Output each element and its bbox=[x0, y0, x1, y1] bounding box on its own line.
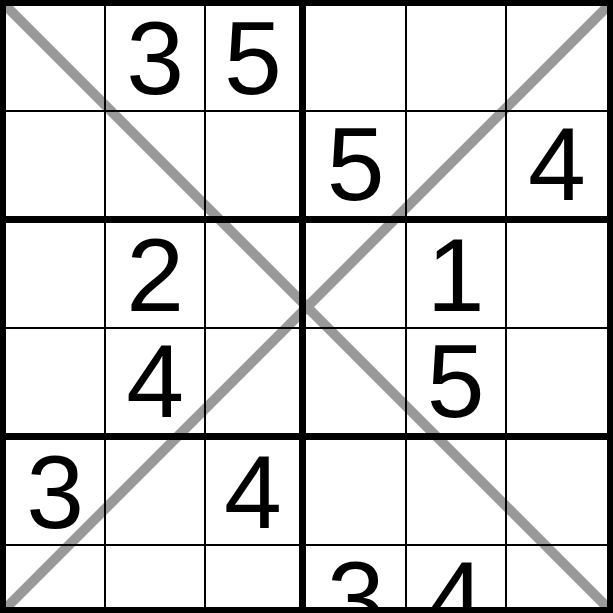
cell-r4c4[interactable] bbox=[306, 329, 406, 440]
sudoku-board: 355421453434 bbox=[0, 0, 613, 613]
cell-r5c5[interactable] bbox=[407, 440, 507, 546]
cell-r1c5[interactable] bbox=[407, 6, 507, 112]
cell-r4c6[interactable] bbox=[507, 329, 607, 440]
cell-r2c2[interactable] bbox=[106, 112, 206, 223]
cell-r1c6[interactable] bbox=[507, 6, 607, 112]
cell-r1c1[interactable] bbox=[6, 6, 106, 112]
cell-r6c6[interactable] bbox=[507, 546, 607, 613]
cell-r2c1[interactable] bbox=[6, 112, 106, 223]
cell-r6c1[interactable] bbox=[6, 546, 106, 613]
sudoku-grid: 355421453434 bbox=[6, 6, 607, 607]
cell-r3c4[interactable] bbox=[306, 223, 406, 329]
cell-r1c2[interactable]: 3 bbox=[106, 6, 206, 112]
cell-r2c5[interactable] bbox=[407, 112, 507, 223]
cell-r1c3[interactable]: 5 bbox=[206, 6, 306, 112]
cell-r4c1[interactable] bbox=[6, 329, 106, 440]
cell-r3c2[interactable]: 2 bbox=[106, 223, 206, 329]
cell-r5c6[interactable] bbox=[507, 440, 607, 546]
cell-r2c4[interactable]: 5 bbox=[306, 112, 406, 223]
cell-r2c6[interactable]: 4 bbox=[507, 112, 607, 223]
cell-r5c4[interactable] bbox=[306, 440, 406, 546]
cell-r2c3[interactable] bbox=[206, 112, 306, 223]
cell-r6c2[interactable] bbox=[106, 546, 206, 613]
cell-r6c5[interactable]: 4 bbox=[407, 546, 507, 613]
cell-r4c2[interactable]: 4 bbox=[106, 329, 206, 440]
cell-r1c4[interactable] bbox=[306, 6, 406, 112]
cell-r5c3[interactable]: 4 bbox=[206, 440, 306, 546]
cell-r3c3[interactable] bbox=[206, 223, 306, 329]
cell-r6c3[interactable] bbox=[206, 546, 306, 613]
cell-r3c1[interactable] bbox=[6, 223, 106, 329]
cell-r3c5[interactable]: 1 bbox=[407, 223, 507, 329]
cell-r4c5[interactable]: 5 bbox=[407, 329, 507, 440]
cell-r5c1[interactable]: 3 bbox=[6, 440, 106, 546]
cell-r4c3[interactable] bbox=[206, 329, 306, 440]
cell-r6c4[interactable]: 3 bbox=[306, 546, 406, 613]
cell-r3c6[interactable] bbox=[507, 223, 607, 329]
cell-r5c2[interactable] bbox=[106, 440, 206, 546]
